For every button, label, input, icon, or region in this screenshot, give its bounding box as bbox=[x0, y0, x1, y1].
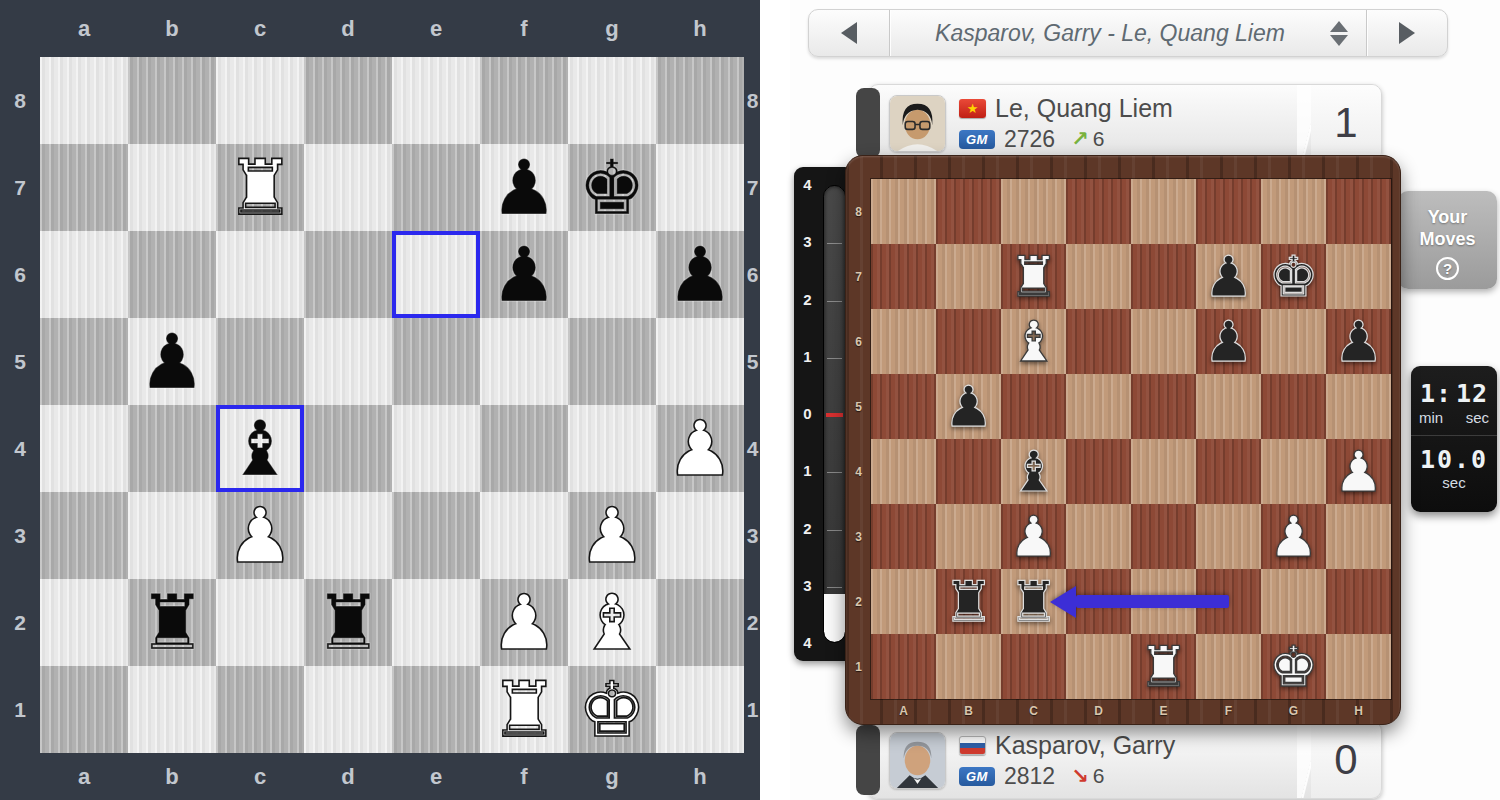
square-b7[interactable] bbox=[128, 144, 216, 231]
piece-bP-b5[interactable]: ♟ bbox=[936, 374, 1001, 439]
player-info-bottom: Kasparov, Garry GM 2812 ↘ 6 bbox=[959, 730, 1175, 790]
piece-bP-h6[interactable]: ♟ bbox=[656, 231, 744, 318]
square-e8[interactable] bbox=[392, 57, 480, 144]
square-a4[interactable] bbox=[40, 405, 128, 492]
square-d1[interactable] bbox=[304, 666, 392, 753]
square-d8[interactable] bbox=[1066, 179, 1131, 244]
square-f5[interactable] bbox=[1196, 374, 1261, 439]
coord-label-4: 4 bbox=[0, 405, 40, 492]
coord-label-7: 7 bbox=[846, 244, 871, 309]
player-name: Kasparov, Garry bbox=[995, 731, 1175, 760]
next-game-button[interactable] bbox=[1367, 10, 1447, 56]
eval-scale-2: 2 bbox=[794, 291, 821, 308]
coord-label-g: g bbox=[568, 4, 656, 54]
vietnam-flag-icon: ★ bbox=[959, 99, 986, 118]
square-b8[interactable] bbox=[936, 179, 1001, 244]
piece-bR-b2[interactable]: ♜ bbox=[128, 579, 216, 666]
game-selector[interactable]: Kasparov, Garry - Le, Quang Liem bbox=[890, 20, 1330, 47]
square-g6[interactable] bbox=[1261, 309, 1326, 374]
gm-title-badge: GM bbox=[959, 130, 995, 149]
square-d1[interactable] bbox=[1066, 634, 1131, 699]
square-d3[interactable] bbox=[304, 492, 392, 579]
eval-scale-8: 4 bbox=[794, 634, 821, 651]
square-a4[interactable] bbox=[871, 439, 936, 504]
coord-label-H: H bbox=[1326, 700, 1391, 722]
rating-trend-value: 6 bbox=[1093, 764, 1105, 788]
square-g8[interactable] bbox=[1261, 179, 1326, 244]
coord-label-a: a bbox=[40, 752, 128, 800]
square-a2[interactable] bbox=[871, 569, 936, 634]
coord-label-3: 3 bbox=[0, 492, 40, 579]
piece-bP-b5[interactable]: ♟ bbox=[128, 318, 216, 405]
help-icon[interactable]: ? bbox=[1436, 257, 1459, 280]
game-panel: Kasparov, Garry - Le, Quang Liem bbox=[790, 0, 1500, 800]
square-h2[interactable] bbox=[1326, 569, 1391, 634]
highlight-e6 bbox=[392, 231, 480, 318]
player-info-top: ★ Le, Quang Liem GM 2726 ↗ 6 bbox=[959, 93, 1173, 153]
square-e1[interactable] bbox=[392, 666, 480, 753]
square-e4[interactable] bbox=[1131, 439, 1196, 504]
square-g8[interactable] bbox=[568, 57, 656, 144]
piece-bK-g7[interactable]: ♚ bbox=[568, 144, 656, 231]
eval-tick bbox=[827, 587, 842, 588]
player-avatar-top bbox=[889, 95, 946, 152]
square-b6[interactable] bbox=[936, 309, 1001, 374]
piece-wR-c7[interactable]: ♜ bbox=[1001, 244, 1066, 309]
square-a8[interactable] bbox=[40, 57, 128, 144]
clock-min-label: min bbox=[1419, 409, 1443, 426]
player-rating: 2726 bbox=[1004, 126, 1055, 153]
eval-tick bbox=[827, 243, 842, 244]
board-file-labels: ABCDEFGH bbox=[871, 700, 1391, 722]
rating-trend-down-icon: ↘ bbox=[1071, 764, 1089, 788]
coord-label-8: 8 bbox=[745, 57, 760, 144]
square-b4[interactable] bbox=[936, 439, 1001, 504]
square-e6[interactable] bbox=[1131, 309, 1196, 374]
coord-label-h: h bbox=[656, 752, 744, 800]
evaluation-scale: 432101234 bbox=[794, 185, 821, 643]
analysis-board-panel: abcdefgh 87654321 ♜♟♚♟♟♟♝♟♟♟♜♜♟♝♜♚ 87654… bbox=[0, 0, 760, 800]
eval-scale-1: 3 bbox=[794, 233, 821, 250]
coord-label-G: G bbox=[1261, 700, 1326, 722]
coord-label-2: 2 bbox=[0, 579, 40, 666]
square-a2[interactable] bbox=[40, 579, 128, 666]
coord-label-d: d bbox=[304, 752, 392, 800]
clock-minutes: 1: bbox=[1420, 379, 1452, 408]
piece-bB-c4[interactable]: ♝ bbox=[1001, 439, 1066, 504]
player-card-bottom: Kasparov, Garry GM 2812 ↘ 6 0 bbox=[868, 721, 1382, 799]
square-d5[interactable] bbox=[304, 318, 392, 405]
coord-label-b: b bbox=[128, 752, 216, 800]
game-clock: 1: 12 min sec 10.0 sec bbox=[1411, 366, 1497, 512]
board-rank-labels: 87654321 bbox=[846, 179, 871, 699]
eval-scale-7: 3 bbox=[794, 577, 821, 594]
square-b3[interactable] bbox=[936, 504, 1001, 569]
square-g5[interactable] bbox=[1261, 374, 1326, 439]
game-navigation-bar: Kasparov, Garry - Le, Quang Liem bbox=[808, 9, 1448, 57]
square-d7[interactable] bbox=[1066, 244, 1131, 309]
player-rating: 2812 bbox=[1004, 763, 1055, 790]
piece-wB-c6[interactable]: ♝ bbox=[1001, 309, 1066, 374]
coord-label-F: F bbox=[1196, 700, 1261, 722]
square-e7[interactable] bbox=[392, 144, 480, 231]
square-h7[interactable] bbox=[656, 144, 744, 231]
coord-label-7: 7 bbox=[745, 144, 760, 231]
piece-bB-c4[interactable]: ♝ bbox=[216, 405, 304, 492]
square-a6[interactable] bbox=[871, 309, 936, 374]
square-f4[interactable] bbox=[480, 405, 568, 492]
eval-zero-tick bbox=[826, 413, 843, 417]
square-d4[interactable] bbox=[1066, 439, 1131, 504]
player-score: 0 bbox=[1311, 722, 1381, 798]
square-b8[interactable] bbox=[128, 57, 216, 144]
piece-wB-g2[interactable]: ♝ bbox=[568, 579, 656, 666]
square-c5[interactable] bbox=[1001, 374, 1066, 439]
left-arrow-icon bbox=[841, 22, 857, 44]
coord-label-1: 1 bbox=[0, 666, 40, 753]
gm-title-badge: GM bbox=[959, 767, 995, 786]
eval-tick bbox=[827, 530, 842, 531]
your-moves-line2: Moves bbox=[1398, 228, 1497, 250]
previous-game-button[interactable] bbox=[809, 10, 889, 56]
square-b1[interactable] bbox=[128, 666, 216, 753]
square-g5[interactable] bbox=[568, 318, 656, 405]
coord-label-D: D bbox=[1066, 700, 1131, 722]
piece-wP-h4[interactable]: ♟ bbox=[1326, 439, 1391, 504]
coord-label-g: g bbox=[568, 752, 656, 800]
eval-scale-3: 1 bbox=[794, 348, 821, 365]
square-h1[interactable] bbox=[1326, 634, 1391, 699]
right-arrow-icon bbox=[1399, 22, 1415, 44]
piece-wK-g1[interactable]: ♚ bbox=[1261, 634, 1326, 699]
square-f4[interactable] bbox=[1196, 439, 1261, 504]
sort-updown-icon[interactable] bbox=[1330, 21, 1348, 46]
square-h7[interactable] bbox=[1326, 244, 1391, 309]
square-f3[interactable] bbox=[1196, 504, 1261, 569]
piece-bP-f6[interactable]: ♟ bbox=[1196, 309, 1261, 374]
eval-tick bbox=[827, 472, 842, 473]
square-b1[interactable] bbox=[936, 634, 1001, 699]
square-c8[interactable] bbox=[216, 57, 304, 144]
eval-scale-5: 1 bbox=[794, 462, 821, 479]
square-c1[interactable] bbox=[1001, 634, 1066, 699]
square-f3[interactable] bbox=[480, 492, 568, 579]
square-a6[interactable] bbox=[40, 231, 128, 318]
square-h3[interactable] bbox=[656, 492, 744, 579]
square-f1[interactable] bbox=[1196, 634, 1261, 699]
player-avatar-bottom bbox=[889, 732, 946, 789]
square-h3[interactable] bbox=[1326, 504, 1391, 569]
game-board-frame: 87654321 ♜♟♚♝♟♟♟♝♟♟♟♜♜♜♚ ABCDEFGH bbox=[845, 155, 1401, 725]
clock-divider bbox=[1411, 435, 1497, 436]
square-f8[interactable] bbox=[480, 57, 568, 144]
coord-label-d: d bbox=[304, 4, 392, 54]
piece-bP-f6[interactable]: ♟ bbox=[480, 231, 568, 318]
coord-label-6: 6 bbox=[846, 309, 871, 374]
square-f5[interactable] bbox=[480, 318, 568, 405]
piece-wP-f2[interactable]: ♟ bbox=[480, 579, 568, 666]
coord-label-4: 4 bbox=[745, 405, 760, 492]
square-a3[interactable] bbox=[871, 504, 936, 569]
square-h8[interactable] bbox=[656, 57, 744, 144]
square-d3[interactable] bbox=[1066, 504, 1131, 569]
eval-scale-4: 0 bbox=[794, 405, 821, 422]
coord-label-1: 1 bbox=[846, 634, 871, 699]
square-b4[interactable] bbox=[128, 405, 216, 492]
square-a1[interactable] bbox=[871, 634, 936, 699]
coord-label-c: c bbox=[216, 4, 304, 54]
coord-label-2: 2 bbox=[846, 569, 871, 634]
coord-label-6: 6 bbox=[745, 231, 760, 318]
square-e5[interactable] bbox=[1131, 374, 1196, 439]
square-d7[interactable] bbox=[304, 144, 392, 231]
square-c8[interactable] bbox=[1001, 179, 1066, 244]
square-a5[interactable] bbox=[871, 374, 936, 439]
square-c2[interactable] bbox=[216, 579, 304, 666]
coord-label-h: h bbox=[656, 4, 744, 54]
square-g6[interactable] bbox=[568, 231, 656, 318]
coord-label-e: e bbox=[392, 752, 480, 800]
square-h5[interactable] bbox=[656, 318, 744, 405]
eval-scale-0: 4 bbox=[794, 176, 821, 193]
square-e2[interactable] bbox=[392, 579, 480, 666]
coord-label-f: f bbox=[480, 4, 568, 54]
eval-scale-6: 2 bbox=[794, 520, 821, 537]
piece-wP-c3[interactable]: ♟ bbox=[1001, 504, 1066, 569]
player-score: 1 bbox=[1311, 85, 1381, 161]
piece-wP-g3[interactable]: ♟ bbox=[568, 492, 656, 579]
coord-label-A: A bbox=[871, 700, 936, 722]
card-spine bbox=[856, 88, 880, 158]
coord-label-1: 1 bbox=[745, 666, 760, 753]
panel-divider bbox=[760, 0, 790, 800]
rating-trend-value: 6 bbox=[1093, 127, 1105, 151]
piece-wR-c7[interactable]: ♜ bbox=[216, 144, 304, 231]
square-d5[interactable] bbox=[1066, 374, 1131, 439]
coord-label-e: e bbox=[392, 4, 480, 54]
coord-label-f: f bbox=[480, 752, 568, 800]
square-e4[interactable] bbox=[392, 405, 480, 492]
piece-wP-h4[interactable]: ♟ bbox=[656, 405, 744, 492]
piece-wR-e1[interactable]: ♜ bbox=[1131, 634, 1196, 699]
piece-wP-c3[interactable]: ♟ bbox=[216, 492, 304, 579]
square-e7[interactable] bbox=[1131, 244, 1196, 309]
rank-labels-left: 87654321 bbox=[0, 57, 40, 753]
coord-label-8: 8 bbox=[0, 57, 40, 144]
square-a3[interactable] bbox=[40, 492, 128, 579]
square-a1[interactable] bbox=[40, 666, 128, 753]
square-d6[interactable] bbox=[304, 231, 392, 318]
clock-main-time: 1: 12 bbox=[1411, 379, 1497, 408]
rank-labels-right: 87654321 bbox=[745, 57, 760, 753]
your-moves-line1: Your bbox=[1398, 206, 1497, 228]
coord-label-E: E bbox=[1131, 700, 1196, 722]
player-card-top: ★ Le, Quang Liem GM 2726 ↗ 6 1 bbox=[868, 84, 1382, 162]
square-d6[interactable] bbox=[1066, 309, 1131, 374]
square-b7[interactable] bbox=[936, 244, 1001, 309]
coord-label-4: 4 bbox=[846, 439, 871, 504]
coord-label-7: 7 bbox=[0, 144, 40, 231]
rating-trend-up-icon: ↗ bbox=[1071, 127, 1089, 151]
chess-app: abcdefgh 87654321 ♜♟♚♟♟♟♝♟♟♟♜♜♟♝♜♚ 87654… bbox=[0, 0, 1500, 800]
your-moves-tab[interactable]: Your Moves ? bbox=[1398, 191, 1497, 289]
coord-label-6: 6 bbox=[0, 231, 40, 318]
score-section: 0 bbox=[1297, 722, 1381, 798]
piece-bK-g7[interactable]: ♚ bbox=[1261, 244, 1326, 309]
square-h2[interactable] bbox=[656, 579, 744, 666]
russia-flag-icon bbox=[959, 736, 986, 755]
square-c1[interactable] bbox=[216, 666, 304, 753]
score-section: 1 bbox=[1297, 85, 1381, 161]
evaluation-white-fill bbox=[824, 594, 845, 642]
coord-label-C: C bbox=[1001, 700, 1066, 722]
square-a7[interactable] bbox=[871, 244, 936, 309]
clock-increment: 10.0 bbox=[1411, 445, 1497, 474]
coord-label-3: 3 bbox=[846, 504, 871, 569]
piece-bP-f7[interactable]: ♟ bbox=[1196, 244, 1261, 309]
piece-wP-g3[interactable]: ♟ bbox=[1261, 504, 1326, 569]
piece-bP-h6[interactable]: ♟ bbox=[1326, 309, 1391, 374]
square-d4[interactable] bbox=[304, 405, 392, 492]
square-g4[interactable] bbox=[1261, 439, 1326, 504]
eval-tick bbox=[827, 301, 842, 302]
coord-label-2: 2 bbox=[745, 579, 760, 666]
square-a8[interactable] bbox=[871, 179, 936, 244]
coord-label-B: B bbox=[936, 700, 1001, 722]
piece-bP-f7[interactable]: ♟ bbox=[480, 144, 568, 231]
square-c6[interactable] bbox=[216, 231, 304, 318]
square-h1[interactable] bbox=[656, 666, 744, 753]
file-labels-top: abcdefgh bbox=[40, 4, 744, 54]
square-a5[interactable] bbox=[40, 318, 128, 405]
game-board[interactable]: ♜♟♚♝♟♟♟♝♟♟♟♜♜♜♚ bbox=[871, 179, 1391, 699]
square-a7[interactable] bbox=[40, 144, 128, 231]
square-g2[interactable] bbox=[1261, 569, 1326, 634]
player-name: Le, Quang Liem bbox=[995, 94, 1173, 123]
piece-bR-b2[interactable]: ♜ bbox=[936, 569, 1001, 634]
square-b3[interactable] bbox=[128, 492, 216, 579]
square-h8[interactable] bbox=[1326, 179, 1391, 244]
file-labels-bottom: abcdefgh bbox=[40, 752, 744, 800]
coord-label-b: b bbox=[128, 4, 216, 54]
square-e3[interactable] bbox=[1131, 504, 1196, 569]
analysis-board[interactable]: ♜♟♚♟♟♟♝♟♟♟♜♜♟♝♜♚ bbox=[40, 57, 744, 753]
clock-sec-label: sec bbox=[1466, 409, 1489, 426]
coord-label-5: 5 bbox=[745, 318, 760, 405]
coord-label-8: 8 bbox=[846, 179, 871, 244]
piece-bR-d2[interactable]: ♜ bbox=[304, 579, 392, 666]
coord-label-5: 5 bbox=[846, 374, 871, 439]
piece-wK-g1[interactable]: ♚ bbox=[568, 666, 656, 753]
piece-wR-f1[interactable]: ♜ bbox=[480, 666, 568, 753]
coord-label-5: 5 bbox=[0, 318, 40, 405]
square-e5[interactable] bbox=[392, 318, 480, 405]
square-h5[interactable] bbox=[1326, 374, 1391, 439]
clock-increment-label: sec bbox=[1411, 474, 1497, 491]
coord-label-a: a bbox=[40, 4, 128, 54]
square-d8[interactable] bbox=[304, 57, 392, 144]
coord-label-3: 3 bbox=[745, 492, 760, 579]
clock-seconds: 12 bbox=[1456, 379, 1488, 408]
square-b6[interactable] bbox=[128, 231, 216, 318]
square-g4[interactable] bbox=[568, 405, 656, 492]
square-c5[interactable] bbox=[216, 318, 304, 405]
coord-label-c: c bbox=[216, 752, 304, 800]
eval-tick bbox=[827, 358, 842, 359]
evaluation-track bbox=[823, 185, 846, 643]
card-spine bbox=[856, 725, 880, 795]
square-e8[interactable] bbox=[1131, 179, 1196, 244]
square-e3[interactable] bbox=[392, 492, 480, 579]
square-f8[interactable] bbox=[1196, 179, 1261, 244]
